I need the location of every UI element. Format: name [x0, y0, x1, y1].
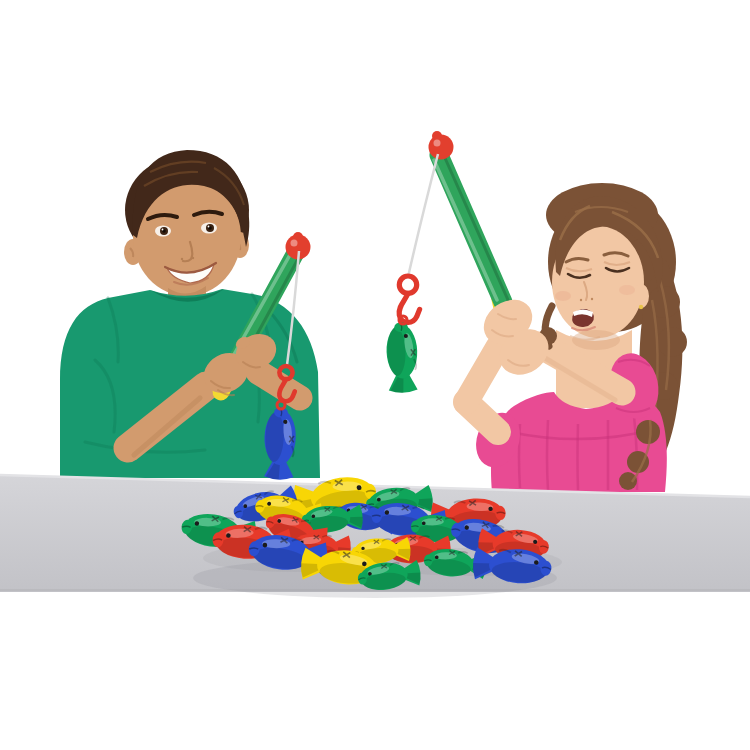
photo-scene: [0, 0, 750, 750]
scene-canvas: [0, 0, 750, 750]
girl-earring: [639, 305, 643, 309]
rod-tip-ball: [429, 135, 454, 160]
girl-fishing-line: [408, 154, 438, 277]
girl-caught-fish: [386, 322, 419, 394]
toy-fish-green: [386, 322, 419, 394]
girl-fishing-rod: [429, 131, 510, 336]
rod-shaft-green: [439, 155, 503, 302]
girl-figure: [429, 131, 688, 492]
